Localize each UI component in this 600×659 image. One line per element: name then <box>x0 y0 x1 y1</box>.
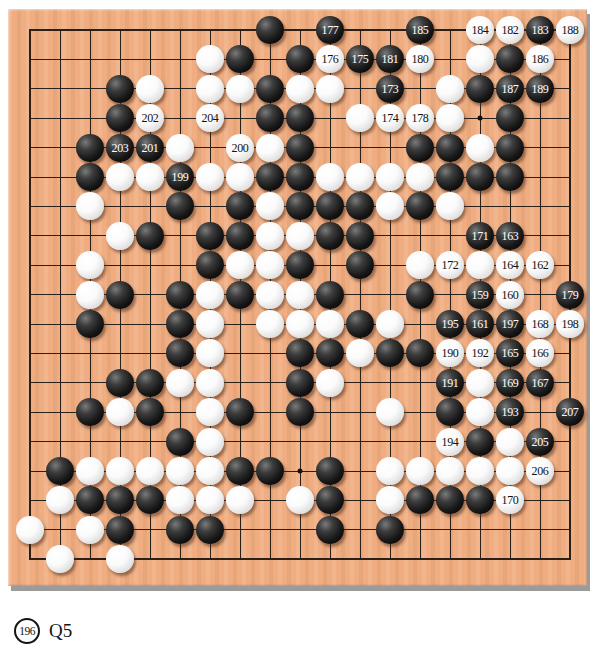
white-stone-S11: 162 <box>526 251 554 279</box>
black-stone-Q9: 161 <box>466 310 494 338</box>
caption-white-stone-icon: 196 <box>14 618 40 644</box>
black-stone-F10 <box>166 281 194 309</box>
white-stone-G9 <box>196 310 224 338</box>
black-stone-P7: 191 <box>436 369 464 397</box>
white-stone-H17 <box>226 75 254 103</box>
black-stone-R7: 169 <box>496 369 524 397</box>
white-stone-M14 <box>346 163 374 191</box>
black-stone-M9 <box>346 310 374 338</box>
black-stone-R12: 163 <box>496 222 524 250</box>
white-stone-H3 <box>226 486 254 514</box>
move-number-label: 185 <box>412 24 429 36</box>
black-stone-C3 <box>76 486 104 514</box>
move-number-label: 200 <box>232 142 249 154</box>
black-stone-F8 <box>166 339 194 367</box>
move-number-label: 188 <box>562 24 579 36</box>
black-stone-P9: 195 <box>436 310 464 338</box>
move-number-label: 174 <box>382 112 399 124</box>
move-number-label: 204 <box>202 112 219 124</box>
black-stone-O3 <box>406 486 434 514</box>
white-stone-P5: 194 <box>436 428 464 456</box>
white-stone-S8: 166 <box>526 339 554 367</box>
black-stone-M18: 175 <box>346 45 374 73</box>
caption-move-number: 196 <box>19 625 35 637</box>
white-stone-R19: 182 <box>496 16 524 44</box>
black-stone-H4 <box>226 457 254 485</box>
black-stone-K7 <box>286 369 314 397</box>
white-stone-H15: 200 <box>226 134 254 162</box>
move-number-label: 177 <box>322 24 339 36</box>
black-stone-P3 <box>436 486 464 514</box>
white-stone-J10 <box>256 281 284 309</box>
white-stone-J15 <box>256 134 284 162</box>
black-stone-K8 <box>286 339 314 367</box>
move-number-label: 163 <box>502 230 519 242</box>
black-stone-G12 <box>196 222 224 250</box>
white-stone-G3 <box>196 486 224 514</box>
white-stone-L9 <box>316 310 344 338</box>
black-stone-J19 <box>256 16 284 44</box>
move-number-label: 169 <box>502 377 519 389</box>
black-stone-R9: 197 <box>496 310 524 338</box>
move-number-label: 165 <box>502 347 519 359</box>
move-number-label: 186 <box>532 53 549 65</box>
move-number-label: 197 <box>502 318 519 330</box>
move-number-label: 205 <box>532 436 549 448</box>
black-stone-T6: 207 <box>556 398 584 426</box>
black-stone-K6 <box>286 398 314 426</box>
black-stone-H12 <box>226 222 254 250</box>
black-stone-C15 <box>76 134 104 162</box>
move-number-label: 181 <box>382 53 399 65</box>
black-stone-D17 <box>106 75 134 103</box>
black-stone-R15 <box>496 134 524 162</box>
white-stone-K10 <box>286 281 314 309</box>
black-stone-R16 <box>496 104 524 132</box>
black-stone-O19: 185 <box>406 16 434 44</box>
go-board[interactable]: 1771851841821831881761751811801861731871… <box>8 9 587 586</box>
white-stone-Q15 <box>466 134 494 162</box>
black-stone-O8 <box>406 339 434 367</box>
black-stone-F2 <box>166 516 194 544</box>
move-number-label: 176 <box>322 53 339 65</box>
white-stone-L7 <box>316 369 344 397</box>
white-stone-C2 <box>76 516 104 544</box>
white-stone-P17 <box>436 75 464 103</box>
white-stone-E4 <box>136 457 164 485</box>
black-stone-C14 <box>76 163 104 191</box>
white-stone-S18: 186 <box>526 45 554 73</box>
white-stone-T9: 198 <box>556 310 584 338</box>
black-stone-C6 <box>76 398 104 426</box>
black-stone-F14: 199 <box>166 163 194 191</box>
white-stone-C11 <box>76 251 104 279</box>
black-stone-P15 <box>436 134 464 162</box>
move-number-label: 159 <box>472 289 489 301</box>
white-stone-R4 <box>496 457 524 485</box>
black-stone-N18: 181 <box>376 45 404 73</box>
white-stone-Q7 <box>466 369 494 397</box>
black-stone-M13 <box>346 192 374 220</box>
white-stone-C4 <box>76 457 104 485</box>
black-stone-T10: 179 <box>556 281 584 309</box>
black-stone-J16 <box>256 104 284 132</box>
white-stone-E17 <box>136 75 164 103</box>
black-stone-O13 <box>406 192 434 220</box>
white-stone-M8 <box>346 339 374 367</box>
black-stone-Q10: 159 <box>466 281 494 309</box>
black-stone-H13 <box>226 192 254 220</box>
black-stone-N8 <box>376 339 404 367</box>
move-number-label: 201 <box>142 142 159 154</box>
white-stone-T19: 188 <box>556 16 584 44</box>
white-stone-O16: 178 <box>406 104 434 132</box>
caption-location: Q5 <box>49 620 72 642</box>
white-stone-N3 <box>376 486 404 514</box>
move-number-label: 191 <box>442 377 459 389</box>
black-stone-N2 <box>376 516 404 544</box>
white-stone-F4 <box>166 457 194 485</box>
move-number-label: 170 <box>502 494 519 506</box>
black-stone-D15: 203 <box>106 134 134 162</box>
move-number-label: 193 <box>502 406 519 418</box>
white-stone-P16 <box>436 104 464 132</box>
move-number-label: 184 <box>472 24 489 36</box>
black-stone-K15 <box>286 134 314 162</box>
move-number-label: 168 <box>532 318 549 330</box>
black-stone-S19: 183 <box>526 16 554 44</box>
white-stone-N4 <box>376 457 404 485</box>
black-stone-J14 <box>256 163 284 191</box>
black-stone-C9 <box>76 310 104 338</box>
white-stone-Q19: 184 <box>466 16 494 44</box>
black-stone-E7 <box>136 369 164 397</box>
black-stone-M12 <box>346 222 374 250</box>
black-stone-Q14 <box>466 163 494 191</box>
black-stone-R17: 187 <box>496 75 524 103</box>
black-stone-P14 <box>436 163 464 191</box>
black-stone-E3 <box>136 486 164 514</box>
white-stone-D14 <box>106 163 134 191</box>
black-stone-O10 <box>406 281 434 309</box>
white-stone-D4 <box>106 457 134 485</box>
white-stone-S4: 206 <box>526 457 554 485</box>
white-stone-N6 <box>376 398 404 426</box>
white-stone-L17 <box>316 75 344 103</box>
black-stone-R18 <box>496 45 524 73</box>
black-stone-Q5 <box>466 428 494 456</box>
black-stone-D3 <box>106 486 134 514</box>
black-stone-N17: 173 <box>376 75 404 103</box>
black-stone-H6 <box>226 398 254 426</box>
move-number-label: 167 <box>532 377 549 389</box>
move-number-label: 206 <box>532 465 549 477</box>
move-number-label: 164 <box>502 259 519 271</box>
black-stone-J17 <box>256 75 284 103</box>
white-stone-N13 <box>376 192 404 220</box>
white-stone-H14 <box>226 163 254 191</box>
white-stone-P11: 172 <box>436 251 464 279</box>
white-stone-N14 <box>376 163 404 191</box>
black-stone-O15 <box>406 134 434 162</box>
black-stone-D10 <box>106 281 134 309</box>
move-number-label: 166 <box>532 347 549 359</box>
black-stone-S17: 189 <box>526 75 554 103</box>
white-stone-D12 <box>106 222 134 250</box>
move-number-label: 179 <box>562 289 579 301</box>
white-stone-L14 <box>316 163 344 191</box>
white-stone-A2 <box>16 516 44 544</box>
white-stone-D6 <box>106 398 134 426</box>
white-stone-F7 <box>166 369 194 397</box>
black-stone-S5: 205 <box>526 428 554 456</box>
white-stone-G18 <box>196 45 224 73</box>
black-stone-K14 <box>286 163 314 191</box>
black-stone-L2 <box>316 516 344 544</box>
move-number-label: 187 <box>502 83 519 95</box>
move-number-label: 202 <box>142 112 159 124</box>
black-stone-F9 <box>166 310 194 338</box>
white-stone-C10 <box>76 281 104 309</box>
black-stone-D2 <box>106 516 134 544</box>
white-stone-S9: 168 <box>526 310 554 338</box>
move-number-label: 192 <box>472 347 489 359</box>
white-stone-P13 <box>436 192 464 220</box>
black-stone-L12 <box>316 222 344 250</box>
move-number-label: 194 <box>442 436 459 448</box>
move-number-label: 178 <box>412 112 429 124</box>
black-stone-K13 <box>286 192 314 220</box>
black-stone-E15: 201 <box>136 134 164 162</box>
move-number-label: 160 <box>502 289 519 301</box>
move-number-label: 199 <box>172 171 189 183</box>
move-number-label: 195 <box>442 318 459 330</box>
white-stone-J12 <box>256 222 284 250</box>
black-stone-L19: 177 <box>316 16 344 44</box>
black-stone-L8 <box>316 339 344 367</box>
white-stone-G7 <box>196 369 224 397</box>
white-stone-R11: 164 <box>496 251 524 279</box>
black-stone-H10 <box>226 281 254 309</box>
move-number-label: 190 <box>442 347 459 359</box>
move-number-label: 173 <box>382 83 399 95</box>
white-stone-G16: 204 <box>196 104 224 132</box>
white-stone-B3 <box>46 486 74 514</box>
white-stone-D1 <box>106 545 134 573</box>
black-stone-E12 <box>136 222 164 250</box>
white-stone-G4 <box>196 457 224 485</box>
white-stone-L18: 176 <box>316 45 344 73</box>
white-stone-P8: 190 <box>436 339 464 367</box>
black-stone-R8: 165 <box>496 339 524 367</box>
white-stone-J13 <box>256 192 284 220</box>
black-stone-Q17 <box>466 75 494 103</box>
black-stone-D16 <box>106 104 134 132</box>
white-stone-G10 <box>196 281 224 309</box>
white-stone-O4 <box>406 457 434 485</box>
white-stone-Q11 <box>466 251 494 279</box>
black-stone-D7 <box>106 369 134 397</box>
black-stone-L10 <box>316 281 344 309</box>
white-stone-G6 <box>196 398 224 426</box>
star-point-Q16 <box>478 116 483 121</box>
black-stone-H18 <box>226 45 254 73</box>
black-stone-K16 <box>286 104 314 132</box>
move-number-label: 198 <box>562 318 579 330</box>
black-stone-B4 <box>46 457 74 485</box>
move-number-label: 182 <box>502 24 519 36</box>
black-stone-S7: 167 <box>526 369 554 397</box>
white-stone-G14 <box>196 163 224 191</box>
move-number-label: 161 <box>472 318 489 330</box>
white-stone-K12 <box>286 222 314 250</box>
move-number-label: 175 <box>352 53 369 65</box>
white-stone-O14 <box>406 163 434 191</box>
white-stone-G17 <box>196 75 224 103</box>
black-stone-G11 <box>196 251 224 279</box>
black-stone-R14 <box>496 163 524 191</box>
white-stone-M16 <box>346 104 374 132</box>
black-stone-L3 <box>316 486 344 514</box>
white-stone-O18: 180 <box>406 45 434 73</box>
white-stone-R10: 160 <box>496 281 524 309</box>
white-stone-K3 <box>286 486 314 514</box>
white-stone-R3: 170 <box>496 486 524 514</box>
white-stone-H11 <box>226 251 254 279</box>
black-stone-R6: 193 <box>496 398 524 426</box>
move-number-label: 183 <box>532 24 549 36</box>
white-stone-F3 <box>166 486 194 514</box>
black-stone-L13 <box>316 192 344 220</box>
white-stone-J9 <box>256 310 284 338</box>
black-stone-F13 <box>166 192 194 220</box>
black-stone-L4 <box>316 457 344 485</box>
white-stone-K17 <box>286 75 314 103</box>
move-number-label: 207 <box>562 406 579 418</box>
move-number-label: 203 <box>112 142 129 154</box>
white-stone-Q6 <box>466 398 494 426</box>
white-stone-J11 <box>256 251 284 279</box>
black-stone-Q3 <box>466 486 494 514</box>
move-number-label: 189 <box>532 83 549 95</box>
move-number-label: 171 <box>472 230 489 242</box>
white-stone-C13 <box>76 192 104 220</box>
black-stone-J4 <box>256 457 284 485</box>
black-stone-P6 <box>436 398 464 426</box>
white-stone-Q4 <box>466 457 494 485</box>
white-stone-B1 <box>46 545 74 573</box>
star-point-K4 <box>298 469 303 474</box>
caption: 196 Q5 <box>14 616 72 646</box>
white-stone-R5 <box>496 428 524 456</box>
move-number-label: 172 <box>442 259 459 271</box>
white-stone-E16: 202 <box>136 104 164 132</box>
white-stone-Q18 <box>466 45 494 73</box>
black-stone-K18 <box>286 45 314 73</box>
black-stone-G2 <box>196 516 224 544</box>
white-stone-E14 <box>136 163 164 191</box>
page: { "game": "go", "board_size": 19, "colum… <box>0 0 600 659</box>
black-stone-M11 <box>346 251 374 279</box>
white-stone-G5 <box>196 428 224 456</box>
black-stone-K11 <box>286 251 314 279</box>
white-stone-O11 <box>406 251 434 279</box>
white-stone-K9 <box>286 310 314 338</box>
black-stone-E6 <box>136 398 164 426</box>
white-stone-Q8: 192 <box>466 339 494 367</box>
white-stone-F15 <box>166 134 194 162</box>
move-number-label: 180 <box>412 53 429 65</box>
white-stone-P4 <box>436 457 464 485</box>
white-stone-N16: 174 <box>376 104 404 132</box>
black-stone-Q12: 171 <box>466 222 494 250</box>
white-stone-G8 <box>196 339 224 367</box>
move-number-label: 162 <box>532 259 549 271</box>
white-stone-N9 <box>376 310 404 338</box>
black-stone-F5 <box>166 428 194 456</box>
